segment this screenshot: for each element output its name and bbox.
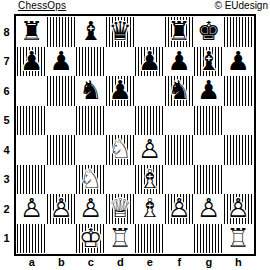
square-g4 — [194, 135, 224, 165]
square-g5 — [194, 106, 224, 136]
file-label-g: g — [194, 255, 224, 269]
square-f3 — [165, 165, 195, 195]
square-g3 — [194, 165, 224, 195]
piece-black-knight-c6: ♞♞ — [76, 76, 106, 106]
square-e5 — [135, 106, 165, 136]
square-d3 — [106, 165, 136, 195]
square-h6 — [224, 76, 254, 106]
square-c5 — [76, 106, 106, 136]
chessops-diagram-page: ChessOps © EUdesign 87654321 ♜♜♝♝♛♛♜♜♚♚♟… — [0, 0, 270, 270]
rank-label-3: 3 — [0, 165, 13, 195]
file-label-h: h — [224, 255, 254, 269]
file-label-a: a — [17, 255, 47, 269]
square-c7 — [76, 47, 106, 77]
square-a7: ♟♟ — [17, 47, 47, 77]
square-h3 — [224, 165, 254, 195]
piece-white-pawn-g2: ♟♙ — [194, 194, 224, 224]
piece-black-pawn-d6: ♟♟ — [106, 76, 136, 106]
square-f1 — [165, 224, 195, 254]
file-label-e: e — [135, 255, 165, 269]
rank-label-7: 7 — [0, 47, 13, 77]
rank-label-8: 8 — [0, 17, 13, 47]
file-label-f: f — [165, 255, 195, 269]
piece-white-pawn-c2: ♟♙ — [76, 194, 106, 224]
square-e4: ♟♙ — [135, 135, 165, 165]
square-a4 — [17, 135, 47, 165]
piece-black-pawn-b7: ♟♟ — [47, 47, 77, 77]
rank-label-1: 1 — [0, 224, 13, 254]
piece-black-pawn-e7: ♟♟ — [135, 47, 165, 77]
file-label-b: b — [47, 255, 77, 269]
square-e6 — [135, 76, 165, 106]
square-a5 — [17, 106, 47, 136]
square-h1: ♜♖ — [224, 224, 254, 254]
square-g8: ♚♚ — [194, 17, 224, 47]
piece-white-rook-h1: ♜♖ — [224, 224, 254, 254]
square-d1: ♜♖ — [106, 224, 136, 254]
square-d2: ♛♕ — [106, 194, 136, 224]
square-a1 — [17, 224, 47, 254]
square-d4: ♞♘ — [106, 135, 136, 165]
square-h5 — [224, 106, 254, 136]
square-d8: ♛♛ — [106, 17, 136, 47]
piece-white-pawn-a2: ♟♙ — [17, 194, 47, 224]
square-f5 — [165, 106, 195, 136]
rank-label-6: 6 — [0, 76, 13, 106]
square-c4 — [76, 135, 106, 165]
square-c6: ♞♞ — [76, 76, 106, 106]
piece-black-rook-a8: ♜♜ — [17, 17, 47, 47]
square-h2: ♟♙ — [224, 194, 254, 224]
piece-black-pawn-g6: ♟♟ — [194, 76, 224, 106]
piece-black-pawn-a7: ♟♟ — [17, 47, 47, 77]
piece-white-bishop-e2: ♝♗ — [135, 194, 165, 224]
chessops-link[interactable]: ChessOps — [18, 0, 66, 12]
square-b2: ♟♙ — [47, 194, 77, 224]
piece-white-pawn-e4: ♟♙ — [135, 135, 165, 165]
square-b5 — [47, 106, 77, 136]
piece-white-rook-d1: ♜♖ — [106, 224, 136, 254]
piece-black-king-g8: ♚♚ — [194, 17, 224, 47]
square-b7: ♟♟ — [47, 47, 77, 77]
file-labels: abcdefgh — [17, 255, 253, 269]
rank-label-5: 5 — [0, 106, 13, 136]
piece-black-pawn-h7: ♟♟ — [224, 47, 254, 77]
piece-white-knight-c3: ♞♘ — [76, 165, 106, 195]
file-label-c: c — [76, 255, 106, 269]
square-h4 — [224, 135, 254, 165]
square-g6: ♟♟ — [194, 76, 224, 106]
piece-black-knight-f6: ♞♞ — [165, 76, 195, 106]
piece-white-king-c1: ♚♔ — [76, 224, 106, 254]
square-g2: ♟♙ — [194, 194, 224, 224]
file-label-d: d — [106, 255, 136, 269]
square-c2: ♟♙ — [76, 194, 106, 224]
square-c8: ♝♝ — [76, 17, 106, 47]
square-a2: ♟♙ — [17, 194, 47, 224]
piece-white-bishop-e3: ♝♗ — [135, 165, 165, 195]
square-d6: ♟♟ — [106, 76, 136, 106]
square-a8: ♜♜ — [17, 17, 47, 47]
square-c1: ♚♔ — [76, 224, 106, 254]
square-d7 — [106, 47, 136, 77]
square-f4 — [165, 135, 195, 165]
square-f6: ♞♞ — [165, 76, 195, 106]
square-b1 — [47, 224, 77, 254]
rank-label-2: 2 — [0, 194, 13, 224]
piece-black-rook-f8: ♜♜ — [165, 17, 195, 47]
square-h7: ♟♟ — [224, 47, 254, 77]
board-frame: ♜♜♝♝♛♛♜♜♚♚♟♟♟♟♟♟♟♟♝♝♟♟♞♞♟♟♞♞♟♟♞♘♟♙♞♘♝♗♟♙… — [14, 14, 256, 256]
square-f2: ♟♙ — [165, 194, 195, 224]
square-f8: ♜♜ — [165, 17, 195, 47]
rank-labels: 87654321 — [0, 17, 13, 253]
piece-white-pawn-h2: ♟♙ — [224, 194, 254, 224]
square-b4 — [47, 135, 77, 165]
square-a3 — [17, 165, 47, 195]
square-b3 — [47, 165, 77, 195]
square-e8 — [135, 17, 165, 47]
square-e1 — [135, 224, 165, 254]
square-e3: ♝♗ — [135, 165, 165, 195]
square-g1 — [194, 224, 224, 254]
piece-white-pawn-f2: ♟♙ — [165, 194, 195, 224]
piece-black-bishop-g7: ♝♝ — [194, 47, 224, 77]
piece-black-pawn-f7: ♟♟ — [165, 47, 195, 77]
square-b8 — [47, 17, 77, 47]
piece-black-queen-d8: ♛♛ — [106, 17, 136, 47]
square-c3: ♞♘ — [76, 165, 106, 195]
chess-board: ♜♜♝♝♛♛♜♜♚♚♟♟♟♟♟♟♟♟♝♝♟♟♞♞♟♟♞♞♟♟♞♘♟♙♞♘♝♗♟♙… — [17, 17, 253, 253]
square-e7: ♟♟ — [135, 47, 165, 77]
credit-text: © EUdesign — [214, 0, 268, 12]
rank-label-4: 4 — [0, 135, 13, 165]
square-h8 — [224, 17, 254, 47]
piece-white-queen-d2: ♛♕ — [106, 194, 136, 224]
square-e2: ♝♗ — [135, 194, 165, 224]
piece-white-knight-d4: ♞♘ — [106, 135, 136, 165]
square-g7: ♝♝ — [194, 47, 224, 77]
square-d5 — [106, 106, 136, 136]
piece-white-pawn-b2: ♟♙ — [47, 194, 77, 224]
square-b6 — [47, 76, 77, 106]
square-a6 — [17, 76, 47, 106]
square-f7: ♟♟ — [165, 47, 195, 77]
piece-black-bishop-c8: ♝♝ — [76, 17, 106, 47]
